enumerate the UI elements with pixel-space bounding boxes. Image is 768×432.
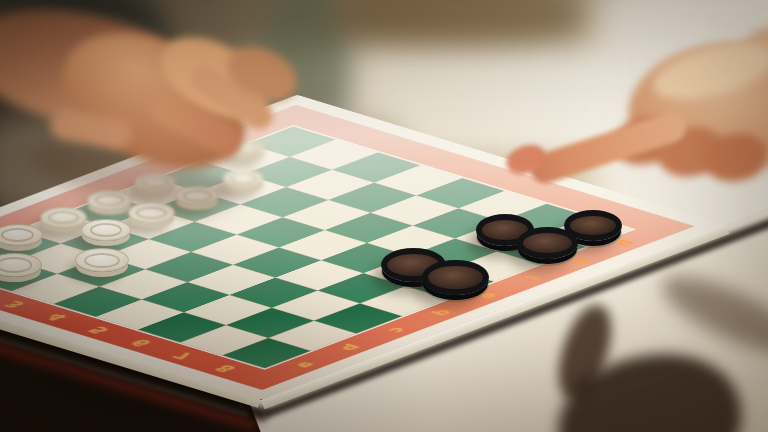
piece-white-c1[interactable] (40, 207, 88, 228)
piece-black-g8[interactable] (517, 227, 578, 260)
checkers-photo-scene: 12345678 abcdefgh (0, 0, 768, 432)
piece-white-f2[interactable] (222, 169, 263, 188)
piece-white-c2[interactable] (81, 219, 131, 241)
piece-black-e8[interactable] (422, 260, 488, 295)
